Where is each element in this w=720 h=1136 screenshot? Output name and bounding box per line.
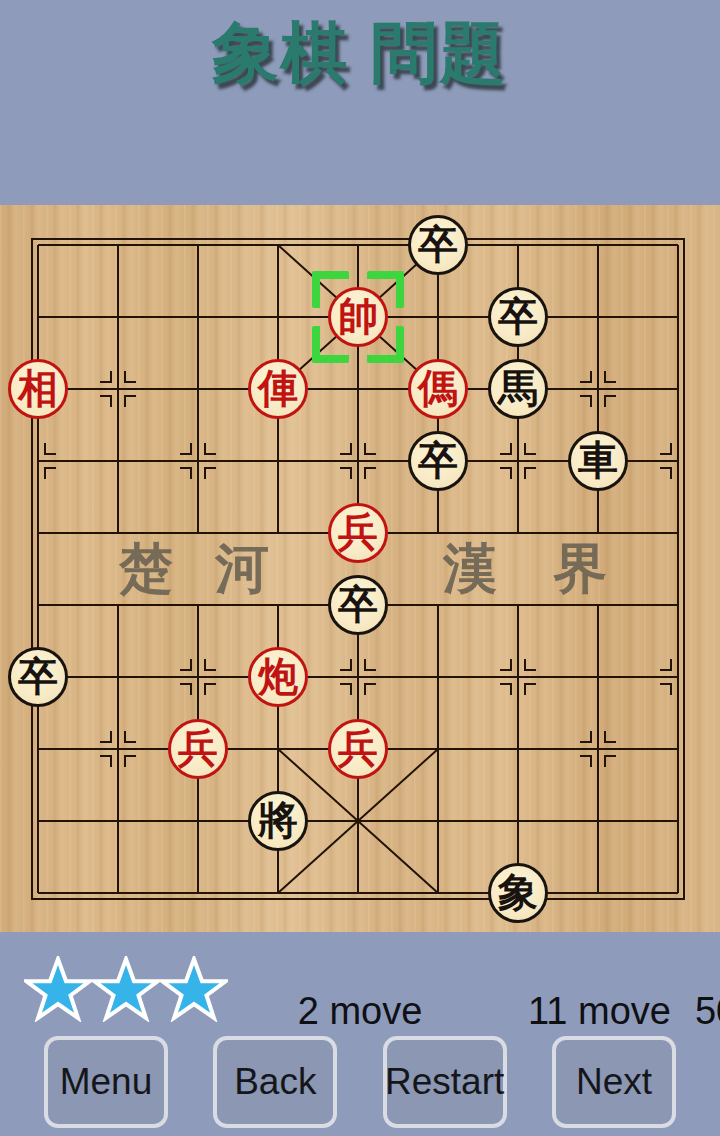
piece-兵[interactable]: 兵 bbox=[168, 719, 228, 779]
level-total-value: 50 bbox=[695, 990, 720, 1033]
piece-卒[interactable]: 卒 bbox=[488, 287, 548, 347]
piece-相[interactable]: 相 bbox=[8, 359, 68, 419]
piece-卒[interactable]: 卒 bbox=[408, 431, 468, 491]
piece-象[interactable]: 象 bbox=[488, 863, 548, 923]
next-button[interactable]: Next bbox=[552, 1036, 676, 1128]
piece-炮[interactable]: 炮 bbox=[248, 647, 308, 707]
piece-卒[interactable]: 卒 bbox=[408, 215, 468, 275]
stars-rating bbox=[24, 956, 228, 1022]
star-icon bbox=[92, 956, 160, 1022]
move-count: 2 move bbox=[298, 990, 423, 1033]
river-label: 漢 bbox=[443, 533, 497, 606]
piece-卒[interactable]: 卒 bbox=[328, 575, 388, 635]
piece-馬[interactable]: 馬 bbox=[488, 359, 548, 419]
level-info: 11 move 50 bbox=[528, 990, 720, 1033]
app-title: 象棋 問題 bbox=[0, 8, 720, 99]
piece-將[interactable]: 將 bbox=[248, 791, 308, 851]
piece-兵[interactable]: 兵 bbox=[328, 503, 388, 563]
star-icon bbox=[24, 956, 92, 1022]
back-button[interactable]: Back bbox=[213, 1036, 337, 1128]
river-label: 河 bbox=[215, 533, 269, 606]
piece-卒[interactable]: 卒 bbox=[8, 647, 68, 707]
piece-兵[interactable]: 兵 bbox=[328, 719, 388, 779]
piece-傌[interactable]: 傌 bbox=[408, 359, 468, 419]
button-row: Menu Back Restart Next bbox=[0, 1036, 720, 1128]
piece-俥[interactable]: 俥 bbox=[248, 359, 308, 419]
piece-車[interactable]: 車 bbox=[568, 431, 628, 491]
xiangqi-board: 楚 河 漢 界 卒帥卒相俥傌馬卒車兵卒卒炮兵兵將象 bbox=[0, 205, 720, 932]
river-label: 楚 bbox=[119, 533, 173, 606]
restart-button[interactable]: Restart bbox=[383, 1036, 507, 1128]
app-screen: { "header": { "title": "象棋 問題" }, "game"… bbox=[0, 0, 720, 1136]
level-move-text: 11 move bbox=[528, 990, 671, 1033]
star-icon bbox=[160, 956, 228, 1022]
menu-button[interactable]: Menu bbox=[44, 1036, 168, 1128]
river-label: 界 bbox=[553, 533, 607, 606]
piece-帥[interactable]: 帥 bbox=[328, 287, 388, 347]
